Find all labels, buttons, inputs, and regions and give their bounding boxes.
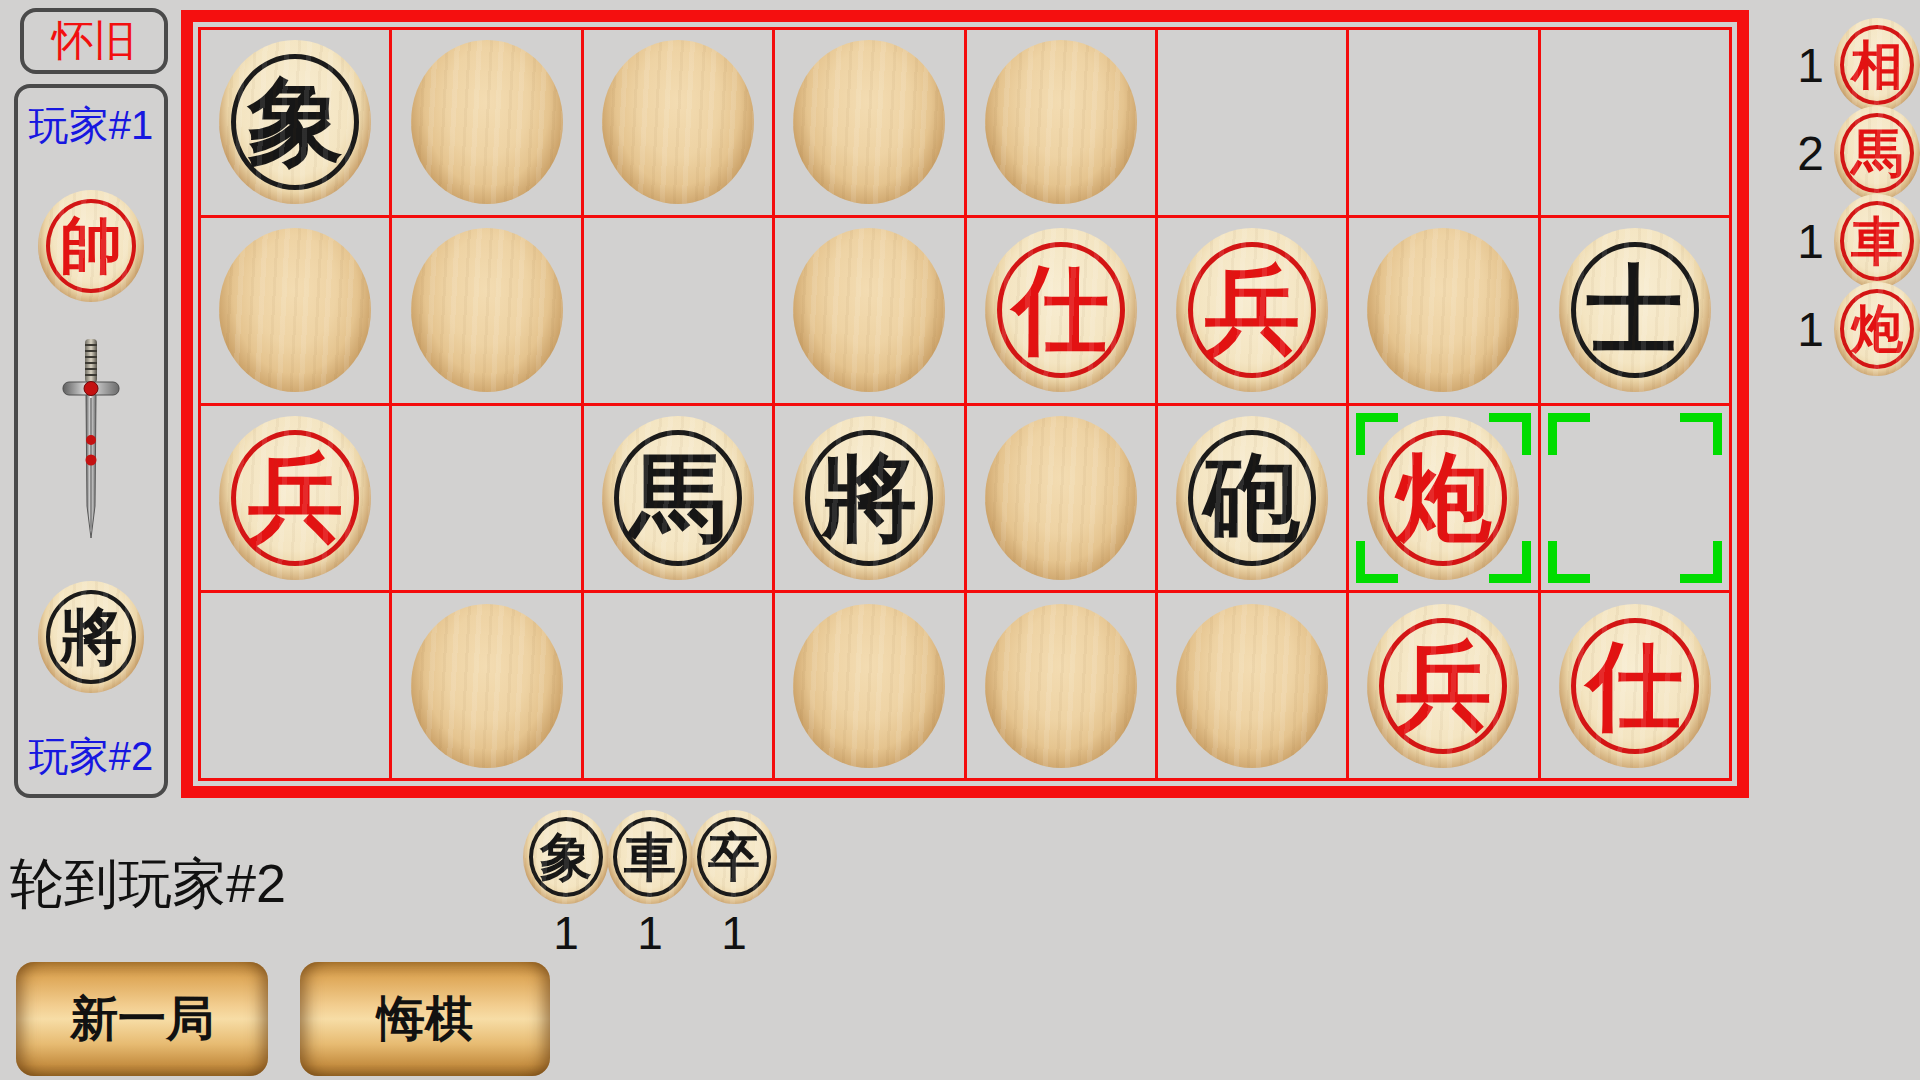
board-cell-r2c4[interactable] [775, 218, 963, 403]
piece-black-象[interactable]: 象 [219, 40, 371, 204]
piece-black-將[interactable]: 將 [793, 416, 945, 580]
board-cell-r1c2[interactable] [392, 30, 580, 215]
board-cell-r1c6[interactable] [1158, 30, 1346, 215]
piece-facedown[interactable] [793, 604, 945, 768]
captured-red-piece: 炮 [1834, 282, 1920, 376]
captured-red-item: 2 馬 [1778, 110, 1920, 196]
board-cell-r2c7[interactable] [1349, 218, 1537, 403]
piece-ring [46, 199, 136, 293]
piece-red-仕[interactable]: 仕 [985, 228, 1137, 392]
player1-general-piece: 帥 [38, 190, 144, 302]
turn-status-text: 轮到玩家#2 [10, 848, 286, 921]
board-cell-r4c4[interactable] [775, 593, 963, 778]
nostalgia-mode-button[interactable]: 怀旧 [20, 8, 168, 74]
piece-black-砲[interactable]: 砲 [1176, 416, 1328, 580]
undo-move-button[interactable]: 悔棋 [300, 962, 550, 1076]
piece-black-士[interactable]: 士 [1559, 228, 1711, 392]
piece-red-兵[interactable]: 兵 [1367, 604, 1519, 768]
captured-black-item: 卒 1 [692, 810, 776, 960]
captured-black-item: 車 1 [608, 810, 692, 960]
captured-black-tray: 象 1 車 1 卒 1 [524, 810, 776, 960]
piece-facedown[interactable] [411, 40, 563, 204]
board-cell-r2c5[interactable]: 仕 [967, 218, 1155, 403]
player2-general-piece: 將 [38, 581, 144, 693]
board-cell-r3c6[interactable]: 砲 [1158, 406, 1346, 591]
board-cell-r3c5[interactable] [967, 406, 1155, 591]
board-cell-r3c4[interactable]: 將 [775, 406, 963, 591]
player-panel: 玩家#1 帥 將 玩家#2 [14, 84, 168, 798]
piece-red-兵[interactable]: 兵 [219, 416, 371, 580]
captured-red-tray: 1 相 2 馬 1 車 1 炮 [1778, 22, 1920, 372]
piece-red-兵[interactable]: 兵 [1176, 228, 1328, 392]
piece-facedown[interactable] [1367, 228, 1519, 392]
board-cell-r1c5[interactable] [967, 30, 1155, 215]
board-cell-r3c3[interactable]: 馬 [584, 406, 772, 591]
piece-facedown[interactable] [411, 604, 563, 768]
captured-black-piece: 象 [523, 810, 609, 904]
board-cell-r1c8[interactable] [1541, 30, 1729, 215]
board-cell-r4c8[interactable]: 仕 [1541, 593, 1729, 778]
board-cell-r3c7[interactable]: 炮 [1349, 406, 1537, 591]
piece-facedown[interactable] [985, 40, 1137, 204]
new-game-button[interactable]: 新一局 [16, 962, 268, 1076]
board-cell-r4c1[interactable] [201, 593, 389, 778]
captured-red-item: 1 車 [1778, 198, 1920, 284]
piece-facedown[interactable] [602, 40, 754, 204]
piece-black-馬[interactable]: 馬 [602, 416, 754, 580]
board-cell-r1c3[interactable] [584, 30, 772, 215]
piece-ring [46, 590, 136, 684]
piece-facedown[interactable] [793, 40, 945, 204]
piece-facedown[interactable] [985, 416, 1137, 580]
captured-black-item: 象 1 [524, 810, 608, 960]
board-cell-r4c5[interactable] [967, 593, 1155, 778]
captured-red-item: 1 相 [1778, 22, 1920, 108]
piece-facedown[interactable] [1176, 604, 1328, 768]
banqi-board: 象仕兵士兵馬將砲炮兵仕 [181, 10, 1749, 798]
board-grid: 象仕兵士兵馬將砲炮兵仕 [198, 27, 1732, 781]
piece-red-仕[interactable]: 仕 [1559, 604, 1711, 768]
board-cell-r1c4[interactable] [775, 30, 963, 215]
last-move-highlight [1548, 413, 1722, 584]
piece-facedown[interactable] [985, 604, 1137, 768]
board-cell-r2c3[interactable] [584, 218, 772, 403]
board-cell-r2c1[interactable] [201, 218, 389, 403]
captured-black-piece: 卒 [691, 810, 777, 904]
board-cell-r3c1[interactable]: 兵 [201, 406, 389, 591]
piece-facedown[interactable] [411, 228, 563, 392]
board-cell-r2c2[interactable] [392, 218, 580, 403]
board-cell-r3c2[interactable] [392, 406, 580, 591]
piece-facedown[interactable] [219, 228, 371, 392]
board-cell-r4c2[interactable] [392, 593, 580, 778]
board-cell-r1c1[interactable]: 象 [201, 30, 389, 215]
captured-red-item: 1 炮 [1778, 286, 1920, 372]
piece-red-炮[interactable]: 炮 [1367, 416, 1519, 580]
board-cell-r4c3[interactable] [584, 593, 772, 778]
board-cell-r1c7[interactable] [1349, 30, 1537, 215]
sword-icon [59, 338, 123, 544]
captured-red-piece: 相 [1834, 18, 1920, 112]
board-cell-r4c7[interactable]: 兵 [1349, 593, 1537, 778]
board-cell-r2c6[interactable]: 兵 [1158, 218, 1346, 403]
board-cell-r3c8[interactable] [1541, 406, 1729, 591]
player1-label: 玩家#1 [29, 98, 154, 153]
captured-red-piece: 車 [1834, 194, 1920, 288]
board-cell-r2c8[interactable]: 士 [1541, 218, 1729, 403]
piece-facedown[interactable] [793, 228, 945, 392]
board-cell-r4c6[interactable] [1158, 593, 1346, 778]
captured-red-piece: 馬 [1834, 106, 1920, 200]
captured-black-piece: 車 [607, 810, 693, 904]
player2-label: 玩家#2 [29, 729, 154, 784]
